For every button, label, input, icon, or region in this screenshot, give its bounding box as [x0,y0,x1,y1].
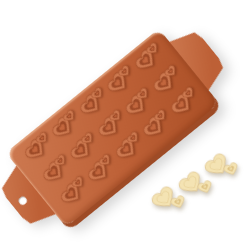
product-photo-scene [0,0,250,250]
hanging-hole [17,195,28,206]
chocolate-double-heart [199,146,244,187]
silicone-mold-tray [0,20,230,236]
chocolate-piece [199,146,244,187]
